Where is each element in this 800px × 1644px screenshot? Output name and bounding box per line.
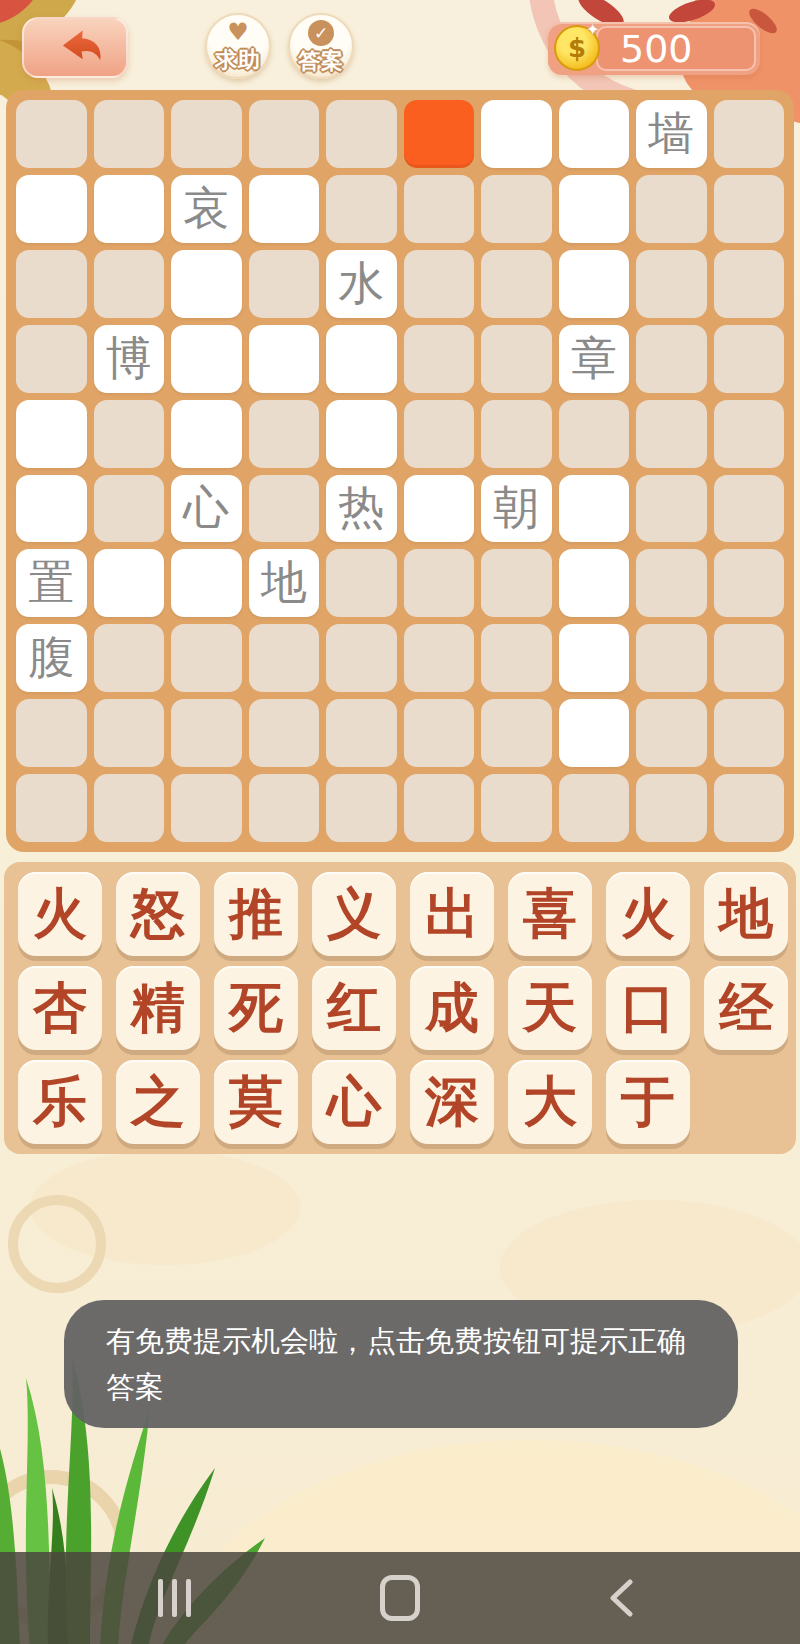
back-arrow-icon [47,24,103,72]
coin-value: 500 [620,30,693,68]
board-cell-r2c4[interactable] [249,175,320,243]
letter-tile-火[interactable]: 火 [18,872,102,956]
board-cell-r3c10 [714,250,785,318]
board-cell-r3c9 [636,250,707,318]
board-cell-r2c7 [481,175,552,243]
swirl-decoration [8,1195,106,1293]
answer-button[interactable]: ✓ 答案 [288,13,354,79]
letter-tile-怒[interactable]: 怒 [116,872,200,956]
board-cell-r1c6[interactable] [404,100,475,168]
board-cell-r7c6 [404,549,475,617]
board-cell-r4c2: 博 [94,325,165,393]
board-cell-r8c5 [326,624,397,692]
board-cell-r5c10 [714,400,785,468]
letter-tile-杏[interactable]: 杏 [18,966,102,1050]
board-cell-r10c6 [404,774,475,842]
letter-tile-于[interactable]: 于 [606,1060,690,1144]
board-cell-r2c1[interactable] [16,175,87,243]
board-cell-r10c4 [249,774,320,842]
board-cell-r9c4 [249,699,320,767]
board-cell-r1c7[interactable] [481,100,552,168]
board-cell-r10c7 [481,774,552,842]
tray-row-2: 杏精死红成天口经 [18,966,796,1050]
coin-counter[interactable]: 500 $ ✦ [548,22,760,75]
board-cell-r10c2 [94,774,165,842]
board-cell-r8c3 [171,624,242,692]
board-cell-r4c4[interactable] [249,325,320,393]
board-cell-r7c2[interactable] [94,549,165,617]
board-cell-r6c10 [714,475,785,543]
sparkle-icon: ✦ [586,20,599,39]
board-cell-r2c5 [326,175,397,243]
board-cell-r4c6 [404,325,475,393]
board-cell-r5c3[interactable] [171,400,242,468]
board-cell-r6c9 [636,475,707,543]
board-cell-r4c9 [636,325,707,393]
board-cell-r3c7 [481,250,552,318]
board-cell-r4c8: 章 [559,325,630,393]
letter-tile-义[interactable]: 义 [312,872,396,956]
board-cell-r4c10 [714,325,785,393]
board-cell-r9c7 [481,699,552,767]
app-screen: ♥ 求助 ✓ 答案 500 $ ✦ 墙哀水博章心热朝置地腹 火怒推义出喜火地杏精… [0,0,800,1644]
board-cell-r8c6 [404,624,475,692]
recents-icon[interactable] [158,1579,191,1617]
board-grid: 墙哀水博章心热朝置地腹 [16,100,784,842]
board-cell-r10c8 [559,774,630,842]
board-cell-r8c8[interactable] [559,624,630,692]
hint-toast: 有免费提示机会啦，点击免费按钮可提示正确答案 [64,1300,738,1428]
board-cell-r10c1 [16,774,87,842]
board-cell-r7c4: 地 [249,549,320,617]
board-cell-r9c1 [16,699,87,767]
board-cell-r8c9 [636,624,707,692]
board-cell-r6c2 [94,475,165,543]
board-cell-r6c1[interactable] [16,475,87,543]
board-cell-r7c1: 置 [16,549,87,617]
board-cell-r2c2[interactable] [94,175,165,243]
board-cell-r3c5: 水 [326,250,397,318]
board-cell-r8c2 [94,624,165,692]
board-cell-r10c5 [326,774,397,842]
letter-tile-大[interactable]: 大 [508,1060,592,1144]
board-cell-r5c6 [404,400,475,468]
crossword-board: 墙哀水博章心热朝置地腹 [6,90,794,852]
board-cell-r3c3[interactable] [171,250,242,318]
board-cell-r8c4 [249,624,320,692]
board-cell-r5c7 [481,400,552,468]
board-cell-r6c4 [249,475,320,543]
letter-tile-口[interactable]: 口 [606,966,690,1050]
board-cell-r6c7: 朝 [481,475,552,543]
board-cell-r4c1 [16,325,87,393]
board-cell-r1c9: 墙 [636,100,707,168]
back-button[interactable] [22,17,128,78]
board-cell-r6c6[interactable] [404,475,475,543]
board-cell-r5c5[interactable] [326,400,397,468]
board-cell-r7c3[interactable] [171,549,242,617]
board-cell-r4c5[interactable] [326,325,397,393]
tray-row-1: 火怒推义出喜火地 [18,872,796,956]
letter-tile-经[interactable]: 经 [704,966,788,1050]
board-cell-r4c7 [481,325,552,393]
letter-tray: 火怒推义出喜火地杏精死红成天口经乐之莫心深大于 [4,862,796,1154]
letter-tile-火[interactable]: 火 [606,872,690,956]
letter-tile-红[interactable]: 红 [312,966,396,1050]
board-cell-r7c10 [714,549,785,617]
board-cell-r7c9 [636,549,707,617]
board-cell-r9c10 [714,699,785,767]
board-cell-r8c7 [481,624,552,692]
letter-tile-之[interactable]: 之 [116,1060,200,1144]
board-cell-r6c5: 热 [326,475,397,543]
check-icon: ✓ [308,20,334,46]
letter-tile-莫[interactable]: 莫 [214,1060,298,1144]
board-cell-r3c1 [16,250,87,318]
letter-tile-推[interactable]: 推 [214,872,298,956]
home-icon[interactable] [380,1575,420,1621]
letter-tile-心[interactable]: 心 [312,1060,396,1144]
board-cell-r5c4 [249,400,320,468]
board-cell-r9c5 [326,699,397,767]
board-cell-r7c7 [481,549,552,617]
help-button-label: 求助 [215,45,261,75]
board-cell-r9c6 [404,699,475,767]
board-cell-r3c6 [404,250,475,318]
board-cell-r7c5 [326,549,397,617]
board-cell-r8c1: 腹 [16,624,87,692]
board-cell-r5c1[interactable] [16,400,87,468]
letter-tile-地[interactable]: 地 [704,872,788,956]
board-cell-r1c2 [94,100,165,168]
board-cell-r1c5 [326,100,397,168]
letter-tile-死[interactable]: 死 [214,966,298,1050]
tray-row-3: 乐之莫心深大于 [18,1060,796,1144]
answer-button-label: 答案 [298,46,344,76]
heart-icon: ♥ [227,19,249,45]
nav-back-icon[interactable] [608,1579,634,1621]
board-cell-r1c4 [249,100,320,168]
board-cell-r4c3[interactable] [171,325,242,393]
board-cell-r3c8[interactable] [559,250,630,318]
board-cell-r5c8 [559,400,630,468]
board-cell-r1c10 [714,100,785,168]
android-nav-bar [0,1552,800,1644]
letter-tile-喜[interactable]: 喜 [508,872,592,956]
board-cell-r6c8[interactable] [559,475,630,543]
board-cell-r8c10 [714,624,785,692]
letter-tile-精[interactable]: 精 [116,966,200,1050]
board-cell-r3c4 [249,250,320,318]
board-cell-r2c10 [714,175,785,243]
board-cell-r2c3: 哀 [171,175,242,243]
letter-tile-乐[interactable]: 乐 [18,1060,102,1144]
board-cell-r1c8[interactable] [559,100,630,168]
board-cell-r1c1 [16,100,87,168]
board-cell-r3c2 [94,250,165,318]
board-cell-r10c9 [636,774,707,842]
letter-tile-天[interactable]: 天 [508,966,592,1050]
board-cell-r5c9 [636,400,707,468]
board-cell-r10c10 [714,774,785,842]
board-cell-r2c8[interactable] [559,175,630,243]
board-cell-r7c8[interactable] [559,549,630,617]
board-cell-r1c3 [171,100,242,168]
letter-tile-成[interactable]: 成 [410,966,494,1050]
board-cell-r6c3: 心 [171,475,242,543]
letter-tile-出[interactable]: 出 [410,872,494,956]
board-cell-r2c9 [636,175,707,243]
board-cell-r2c6 [404,175,475,243]
help-button[interactable]: ♥ 求助 [205,13,271,79]
board-cell-r9c2 [94,699,165,767]
board-cell-r9c8[interactable] [559,699,630,767]
letter-tile-深[interactable]: 深 [410,1060,494,1144]
board-cell-r9c3 [171,699,242,767]
board-cell-r5c2 [94,400,165,468]
board-cell-r10c3 [171,774,242,842]
coin-value-box: 500 [596,26,756,71]
board-cell-r9c9 [636,699,707,767]
